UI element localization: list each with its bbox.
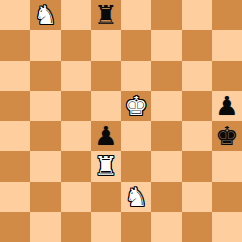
square-a8[interactable] — [0, 0, 30, 30]
square-h1[interactable] — [212, 212, 242, 242]
square-f8[interactable] — [151, 0, 181, 30]
square-d3[interactable]: ♜ — [91, 151, 121, 181]
square-c6[interactable] — [61, 61, 91, 91]
square-a2[interactable] — [0, 182, 30, 212]
square-g1[interactable] — [182, 212, 212, 242]
piece-black-pawn[interactable]: ♟ — [215, 91, 238, 121]
square-a1[interactable] — [0, 212, 30, 242]
square-e7[interactable] — [121, 30, 151, 60]
square-h6[interactable] — [212, 61, 242, 91]
square-h4[interactable]: ♚ — [212, 121, 242, 151]
square-f6[interactable] — [151, 61, 181, 91]
square-d6[interactable] — [91, 61, 121, 91]
square-d1[interactable] — [91, 212, 121, 242]
square-b8[interactable]: ♞ — [30, 0, 60, 30]
piece-black-king[interactable]: ♚ — [215, 121, 238, 151]
square-g6[interactable] — [182, 61, 212, 91]
square-b1[interactable] — [30, 212, 60, 242]
square-f3[interactable] — [151, 151, 181, 181]
square-h2[interactable] — [212, 182, 242, 212]
square-b4[interactable] — [30, 121, 60, 151]
square-b5[interactable] — [30, 91, 60, 121]
square-c4[interactable] — [61, 121, 91, 151]
square-f2[interactable] — [151, 182, 181, 212]
square-d7[interactable] — [91, 30, 121, 60]
square-c8[interactable] — [61, 0, 91, 30]
square-e5[interactable]: ♚ — [121, 91, 151, 121]
square-h7[interactable] — [212, 30, 242, 60]
square-e2[interactable]: ♞ — [121, 182, 151, 212]
square-c3[interactable] — [61, 151, 91, 181]
square-g2[interactable] — [182, 182, 212, 212]
square-b7[interactable] — [30, 30, 60, 60]
square-f1[interactable] — [151, 212, 181, 242]
square-f7[interactable] — [151, 30, 181, 60]
square-b6[interactable] — [30, 61, 60, 91]
square-e3[interactable] — [121, 151, 151, 181]
piece-black-rook[interactable]: ♜ — [94, 0, 117, 30]
square-a3[interactable] — [0, 151, 30, 181]
square-h8[interactable] — [212, 0, 242, 30]
square-g4[interactable] — [182, 121, 212, 151]
piece-white-rook[interactable]: ♜ — [94, 151, 117, 181]
piece-black-pawn[interactable]: ♟ — [94, 121, 117, 151]
square-b2[interactable] — [30, 182, 60, 212]
square-g8[interactable] — [182, 0, 212, 30]
square-g7[interactable] — [182, 30, 212, 60]
square-a6[interactable] — [0, 61, 30, 91]
square-e8[interactable] — [121, 0, 151, 30]
square-c2[interactable] — [61, 182, 91, 212]
piece-white-knight[interactable]: ♞ — [34, 0, 57, 30]
square-b3[interactable] — [30, 151, 60, 181]
square-d4[interactable]: ♟ — [91, 121, 121, 151]
square-d2[interactable] — [91, 182, 121, 212]
square-f5[interactable] — [151, 91, 181, 121]
piece-white-knight[interactable]: ♞ — [124, 182, 147, 212]
square-a4[interactable] — [0, 121, 30, 151]
square-d8[interactable]: ♜ — [91, 0, 121, 30]
square-a5[interactable] — [0, 91, 30, 121]
square-h5[interactable]: ♟ — [212, 91, 242, 121]
square-e6[interactable] — [121, 61, 151, 91]
square-c7[interactable] — [61, 30, 91, 60]
square-h3[interactable] — [212, 151, 242, 181]
square-e1[interactable] — [121, 212, 151, 242]
chess-board: ♞♜♚♟♟♚♜♞ — [0, 0, 242, 242]
square-f4[interactable] — [151, 121, 181, 151]
square-e4[interactable] — [121, 121, 151, 151]
square-g5[interactable] — [182, 91, 212, 121]
square-g3[interactable] — [182, 151, 212, 181]
piece-white-king[interactable]: ♚ — [124, 91, 147, 121]
square-c1[interactable] — [61, 212, 91, 242]
square-d5[interactable] — [91, 91, 121, 121]
square-c5[interactable] — [61, 91, 91, 121]
square-a7[interactable] — [0, 30, 30, 60]
